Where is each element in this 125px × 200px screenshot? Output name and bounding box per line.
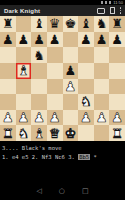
piece-black-bishop: ♝ [80, 17, 92, 30]
android-nav-bar: ◁ ○ □ [0, 183, 125, 200]
battery-icon [109, 1, 111, 4]
square-f1[interactable] [78, 125, 94, 141]
square-b8[interactable] [16, 16, 32, 32]
square-b6[interactable] [16, 47, 32, 63]
square-g6[interactable] [94, 47, 110, 63]
piece-black-bishop: ♝ [33, 17, 45, 30]
result-marker: * [90, 154, 97, 160]
square-d1[interactable]: ♛ [47, 125, 63, 141]
piece-black-queen: ♛ [49, 17, 61, 30]
piece-black-knight: ♞ [33, 48, 45, 61]
piece-white-pawn: ♟ [33, 111, 45, 124]
overflow-menu-icon[interactable] [120, 7, 122, 14]
piece-black-pawn: ♟ [80, 32, 92, 45]
square-b1[interactable]: ♞ [16, 125, 32, 141]
move-list-prefix: 1. e4 e5 2. Nf3 Nc6 3. [2, 154, 78, 160]
piece-black-rook: ♜ [2, 17, 14, 30]
piece-black-pawn: ♟ [64, 64, 76, 77]
square-d4[interactable] [47, 79, 63, 95]
square-h8[interactable]: ♜ [109, 16, 125, 32]
square-f7[interactable]: ♟ [78, 32, 94, 48]
square-c4[interactable] [31, 79, 47, 95]
chess-board: ♜♝♛♚♝♞♜♟♟♟♟♟♟♟♞♝♟♟♞♟♟♟♟♟♟♟♜♞♝♛♚♜ [0, 16, 125, 141]
piece-white-king: ♚ [64, 126, 76, 139]
square-e2[interactable] [63, 110, 79, 126]
square-b2[interactable]: ♟ [16, 110, 32, 126]
piece-white-pawn: ♟ [2, 111, 14, 124]
square-c1[interactable]: ♝ [31, 125, 47, 141]
square-h2[interactable]: ♟ [109, 110, 125, 126]
square-a2[interactable]: ♟ [0, 110, 16, 126]
square-h7[interactable]: ♟ [109, 32, 125, 48]
square-c5[interactable] [31, 63, 47, 79]
square-d3[interactable] [47, 94, 63, 110]
square-d8[interactable]: ♛ [47, 16, 63, 32]
square-a7[interactable]: ♟ [0, 32, 16, 48]
square-e7[interactable] [63, 32, 79, 48]
piece-black-pawn: ♟ [2, 32, 14, 45]
square-g2[interactable]: ♟ [94, 110, 110, 126]
piece-white-knight: ♞ [80, 95, 92, 108]
square-e4[interactable]: ♟ [63, 79, 79, 95]
move-list: 1. e4 e5 2. Nf3 Nc6 3. Bb5 * [2, 154, 123, 161]
piece-black-pawn: ♟ [33, 32, 45, 45]
square-a5[interactable] [0, 63, 16, 79]
game-info-panel: 3.... Black's move 1. e4 e5 2. Nf3 Nc6 3… [0, 141, 125, 183]
square-e5[interactable]: ♟ [63, 63, 79, 79]
square-e6[interactable] [63, 47, 79, 63]
square-c7[interactable]: ♟ [31, 32, 47, 48]
square-h5[interactable] [109, 63, 125, 79]
square-b3[interactable] [16, 94, 32, 110]
app-screen: 11:50 Dark Knight ♜♝♛♚♝♞♜♟♟♟♟♟♟♟♞♝♟♟♞♟♟♟… [0, 0, 125, 200]
square-a1[interactable]: ♜ [0, 125, 16, 141]
piece-white-pawn: ♟ [49, 111, 61, 124]
square-h1[interactable]: ♜ [109, 125, 125, 141]
piece-black-pawn: ♟ [96, 32, 108, 45]
square-c2[interactable]: ♟ [31, 110, 47, 126]
piece-white-rook: ♜ [111, 126, 123, 139]
square-a6[interactable] [0, 47, 16, 63]
square-a4[interactable] [0, 79, 16, 95]
piece-black-pawn: ♟ [18, 32, 30, 45]
piece-white-rook: ♜ [2, 126, 14, 139]
piece-white-pawn: ♟ [96, 111, 108, 124]
piece-black-knight: ♞ [96, 17, 108, 30]
square-d7[interactable]: ♟ [47, 32, 63, 48]
square-d2[interactable]: ♟ [47, 110, 63, 126]
piece-white-knight: ♞ [18, 126, 30, 139]
piece-white-bishop: ♝ [18, 64, 30, 77]
piece-white-pawn: ♟ [80, 111, 92, 124]
phone-icon[interactable] [110, 7, 115, 14]
square-h4[interactable] [109, 79, 125, 95]
square-d5[interactable] [47, 63, 63, 79]
square-d6[interactable] [47, 47, 63, 63]
turn-status-text: 3.... Black's move [2, 145, 123, 152]
square-g8[interactable]: ♞ [94, 16, 110, 32]
piece-black-king: ♚ [64, 17, 76, 30]
square-b4[interactable] [16, 79, 32, 95]
square-c3[interactable] [31, 94, 47, 110]
app-bar-actions [97, 7, 122, 14]
selected-move[interactable]: Bb5 [78, 154, 90, 160]
square-h6[interactable] [109, 47, 125, 63]
square-g4[interactable] [94, 79, 110, 95]
square-h3[interactable] [109, 94, 125, 110]
piece-black-rook: ♜ [111, 17, 123, 30]
square-g3[interactable] [94, 94, 110, 110]
back-button[interactable]: ◁ [36, 188, 41, 195]
square-f3[interactable]: ♞ [78, 94, 94, 110]
square-a3[interactable] [0, 94, 16, 110]
square-f8[interactable]: ♝ [78, 16, 94, 32]
square-e8[interactable]: ♚ [63, 16, 79, 32]
square-g7[interactable]: ♟ [94, 32, 110, 48]
square-e1[interactable]: ♚ [63, 125, 79, 141]
wifi-icon [105, 1, 107, 4]
piece-white-pawn: ♟ [18, 111, 30, 124]
square-c6[interactable]: ♞ [31, 47, 47, 63]
app-bar: Dark Knight [0, 5, 125, 16]
hint-bubble-icon[interactable] [97, 8, 105, 14]
home-button[interactable]: ○ [59, 188, 65, 195]
piece-black-pawn: ♟ [111, 32, 123, 45]
square-f4[interactable] [78, 79, 94, 95]
square-g5[interactable] [94, 63, 110, 79]
square-a8[interactable]: ♜ [0, 16, 16, 32]
recents-button[interactable]: □ [82, 188, 89, 195]
square-f5[interactable] [78, 63, 94, 79]
square-g1[interactable] [94, 125, 110, 141]
square-e3[interactable] [63, 94, 79, 110]
app-title: Dark Knight [4, 8, 97, 14]
square-c8[interactable]: ♝ [31, 16, 47, 32]
notification-icon [101, 1, 103, 4]
piece-white-bishop: ♝ [33, 126, 45, 139]
square-b5[interactable]: ♝ [16, 63, 32, 79]
piece-white-pawn: ♟ [64, 79, 76, 92]
square-b7[interactable]: ♟ [16, 32, 32, 48]
square-f2[interactable]: ♟ [78, 110, 94, 126]
piece-black-pawn: ♟ [49, 32, 61, 45]
square-f6[interactable] [78, 47, 94, 63]
piece-white-pawn: ♟ [111, 111, 123, 124]
piece-white-queen: ♛ [49, 126, 61, 139]
